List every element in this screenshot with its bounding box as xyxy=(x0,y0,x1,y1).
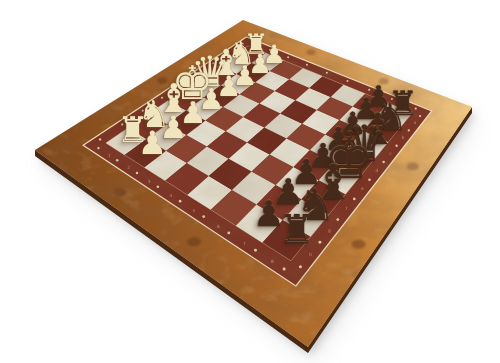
frame-stud-dot xyxy=(326,72,328,74)
frame-stud-dot xyxy=(227,52,229,54)
file-label: g xyxy=(328,228,331,233)
rank-label: 7 xyxy=(243,241,246,246)
frame-stud-dot xyxy=(346,80,348,82)
board-graphic: 1a2b3c4d5e6f7g8h xyxy=(0,0,500,363)
frame-stud-dot xyxy=(415,108,417,110)
frame-stud-dot xyxy=(287,56,289,58)
rank-label: 3 xyxy=(148,179,151,184)
file-label: h xyxy=(309,252,312,257)
frame-stud-dot xyxy=(306,64,308,66)
frame-stud-dot xyxy=(368,179,371,182)
file-label: e xyxy=(361,186,364,191)
frame-stud-dot xyxy=(419,115,421,117)
frame-stud-dot xyxy=(116,159,118,161)
frame-stud-dot xyxy=(408,129,410,131)
chess-set-photo: 1a2b3c4d5e6f7g8h ♜♞♝♛♚♝♞♜♟♟♟♟♟♟♟♟♟♟♟♟♟♟♟… xyxy=(0,0,500,363)
file-label: b xyxy=(402,135,405,140)
frame-stud-dot xyxy=(136,172,139,175)
frame-stud-dot xyxy=(382,161,385,164)
rank-label: 6 xyxy=(217,224,220,229)
frame-stud-dot xyxy=(353,198,356,201)
rank-label: 5 xyxy=(192,208,195,213)
frame-stud-dot xyxy=(368,89,370,91)
frame-stud-dot xyxy=(336,218,339,221)
frame-stud-dot xyxy=(318,241,321,244)
frame-stud-dot xyxy=(269,49,271,51)
frame-stud-dot xyxy=(283,267,286,270)
file-label: a xyxy=(413,120,416,125)
frame-stud-dot xyxy=(212,62,214,64)
frame-stud-dot xyxy=(242,43,244,45)
frame-stud-dot xyxy=(142,110,144,112)
rank-label: 8 xyxy=(271,259,274,264)
frame-stud-dot xyxy=(99,138,101,140)
frame-stud-dot xyxy=(252,42,254,44)
frame-stud-dot xyxy=(179,84,181,86)
frame-stud-dot xyxy=(161,97,163,99)
frame-stud-dot xyxy=(121,123,123,125)
rank-label: 1 xyxy=(108,153,111,158)
frame-stud-dot xyxy=(395,145,397,147)
rank-label: 4 xyxy=(169,193,172,198)
frame-stud-dot xyxy=(202,215,205,218)
frame-stud-dot xyxy=(254,249,257,252)
rank-label: 2 xyxy=(127,165,130,170)
file-label: d xyxy=(376,168,379,173)
frame-stud-dot xyxy=(157,185,160,188)
frame-stud-dot xyxy=(179,200,182,203)
frame-stud-dot xyxy=(299,265,302,268)
frame-stud-dot xyxy=(97,147,99,149)
frame-stud-dot xyxy=(196,73,198,75)
frame-stud-dot xyxy=(227,231,230,234)
frame-stud-dot xyxy=(391,98,393,100)
